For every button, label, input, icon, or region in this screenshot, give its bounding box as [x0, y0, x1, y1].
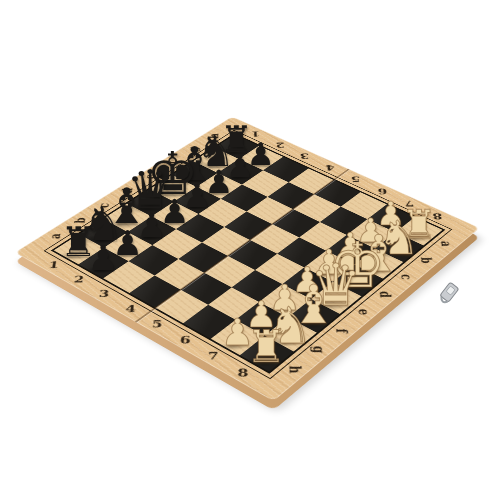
- coordinate-label: 2: [73, 275, 85, 284]
- coordinate-label: g: [186, 147, 199, 152]
- coordinate-label: 3: [300, 153, 309, 160]
- coordinate-label: 1: [251, 131, 260, 138]
- coordinate-label: 8: [432, 212, 443, 220]
- coordinate-label: c: [97, 203, 111, 208]
- coordinate-label: d: [378, 291, 394, 298]
- coordinate-label: c: [399, 274, 414, 280]
- coordinate-label: b: [419, 257, 434, 263]
- coordinate-label: 8: [237, 367, 248, 378]
- coordinate-label: d: [120, 188, 134, 193]
- coordinate-label: a: [439, 241, 454, 247]
- coordinate-label: f: [165, 161, 178, 164]
- coordinate-label: h: [287, 366, 303, 374]
- coordinate-label: a: [48, 233, 63, 238]
- coordinate-label: 4: [325, 164, 335, 171]
- coordinate-label: 5: [351, 176, 361, 183]
- coordinate-label: 4: [125, 304, 136, 314]
- coordinate-label: g: [311, 346, 327, 353]
- product-photo-stage: a1a1b2b2c3c3d4d4e5e5f6f6g7g7h8h8 ♜♟♞♟♝♟♚…: [0, 0, 500, 500]
- coordinate-label: 6: [377, 188, 387, 196]
- coordinate-label: 6: [179, 335, 190, 345]
- coordinate-label: 5: [152, 319, 163, 329]
- chess-board: a1a1b2b2c3c3d4d4e5e5f6f6g7g7h8h8: [15, 116, 480, 401]
- clasp-latch-icon: [430, 278, 464, 314]
- coordinate-label: f: [334, 328, 350, 332]
- coordinate-label: e: [143, 174, 157, 179]
- board-scene: a1a1b2b2c3c3d4d4e5e5f6f6g7g7h8h8: [85, 75, 415, 405]
- board-grid: [54, 135, 443, 372]
- coordinate-label: 7: [404, 200, 415, 208]
- coordinate-label: e: [356, 309, 372, 315]
- coordinate-label: b: [72, 218, 87, 224]
- coordinate-label: 2: [275, 142, 284, 149]
- coordinate-label: h: [207, 134, 220, 139]
- coordinate-label: 3: [99, 289, 110, 298]
- coordinate-label: 1: [48, 260, 60, 269]
- coordinate-label: 7: [208, 351, 219, 361]
